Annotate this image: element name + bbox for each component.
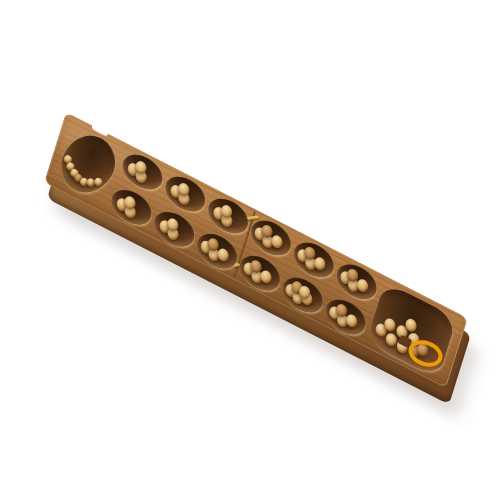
seed-bead [66, 161, 77, 172]
seed-bead [212, 205, 226, 222]
pit-bottom-2[interactable] [150, 205, 197, 253]
seed-bead [123, 194, 137, 211]
seed-bead [269, 233, 283, 250]
seed-bead [335, 312, 349, 329]
board-cell [115, 143, 169, 200]
seed-bead [261, 233, 275, 250]
pit-bottom-4[interactable] [236, 249, 283, 297]
seed-bead [177, 181, 191, 198]
board-cell [276, 266, 330, 323]
seed-bead [69, 167, 80, 178]
brass-hinge-top-icon [243, 215, 259, 220]
seed-bead [73, 173, 84, 184]
seed-bead [312, 255, 326, 272]
board-cell [158, 165, 212, 222]
board-cell [104, 178, 158, 235]
seed-bead [249, 258, 263, 275]
board-side-faces [3, 16, 500, 500]
seed-bead [335, 302, 349, 319]
store-right [366, 282, 456, 379]
seed-bead [134, 159, 148, 176]
pit-bottom-6[interactable] [322, 293, 369, 341]
pit-top-2[interactable] [161, 170, 208, 218]
seed-bead [158, 218, 172, 235]
seed-bead [258, 268, 272, 285]
board-cell [50, 115, 126, 213]
seed-bead [346, 267, 360, 284]
pit-top-5[interactable] [290, 235, 337, 283]
seed-bead [86, 177, 97, 188]
fold-seam [234, 211, 256, 277]
seed-bead [126, 161, 140, 178]
pit-top-1[interactable] [119, 148, 166, 196]
seed-bead [296, 247, 310, 264]
seed-bead [303, 245, 317, 262]
seed-bead [115, 196, 129, 213]
board-cell [329, 253, 383, 310]
seed-bead [166, 225, 180, 242]
pit-bottom-5[interactable] [279, 271, 326, 319]
board-cell [361, 275, 462, 386]
board-cell [190, 222, 244, 279]
pit-top-4[interactable] [247, 213, 294, 261]
board-top-layer [0, 0, 500, 500]
seed-bead [284, 282, 298, 299]
seed-bead [169, 183, 183, 200]
seed-bead [219, 203, 233, 220]
seed-bead [346, 277, 360, 294]
seed-bead [375, 322, 389, 339]
seed-bead [253, 225, 267, 242]
mancala-photo-scene [0, 0, 500, 500]
pit-top-6[interactable] [333, 257, 380, 305]
seed-bead [207, 246, 221, 263]
mancala-board [44, 112, 468, 388]
seed-bead [250, 268, 264, 285]
seed-bead [220, 212, 234, 229]
store-left [51, 126, 125, 203]
seed-bead [79, 176, 90, 187]
seed-bead [216, 246, 230, 263]
seed-bead [298, 284, 312, 301]
board-cell [233, 244, 287, 301]
board-cell [318, 288, 372, 345]
pit-bottom-1[interactable] [108, 183, 155, 231]
seed-bead [135, 168, 149, 185]
board-cell [287, 231, 341, 288]
seed-bead [344, 312, 358, 329]
seed-bead [383, 316, 397, 333]
seed-bead [300, 290, 314, 307]
seed-bead [355, 277, 369, 294]
seed-bead [242, 261, 256, 278]
seed-bead [199, 239, 213, 256]
seed-bead [260, 223, 274, 240]
seed-bead [206, 236, 220, 253]
board-shadow [10, 30, 500, 500]
seed-bead [291, 290, 305, 307]
board-cell [147, 200, 201, 257]
seed-bead [290, 279, 304, 296]
seed-bead [339, 269, 353, 286]
seed-bead [177, 190, 191, 207]
seed-bead [124, 203, 138, 220]
seed-bead [63, 154, 74, 165]
board-cell [244, 209, 298, 266]
pit-top-3[interactable] [204, 191, 251, 239]
seed-bead [93, 177, 104, 188]
board-cell [201, 187, 255, 244]
latch-notch [91, 125, 108, 137]
seed-bead [166, 216, 180, 233]
seed-bead [384, 331, 398, 348]
seed-bead [404, 317, 418, 334]
seed-bead [328, 305, 342, 322]
brass-hinge-bottom-icon [224, 263, 240, 268]
pit-bottom-3[interactable] [193, 227, 240, 275]
seed-bead [304, 255, 318, 272]
